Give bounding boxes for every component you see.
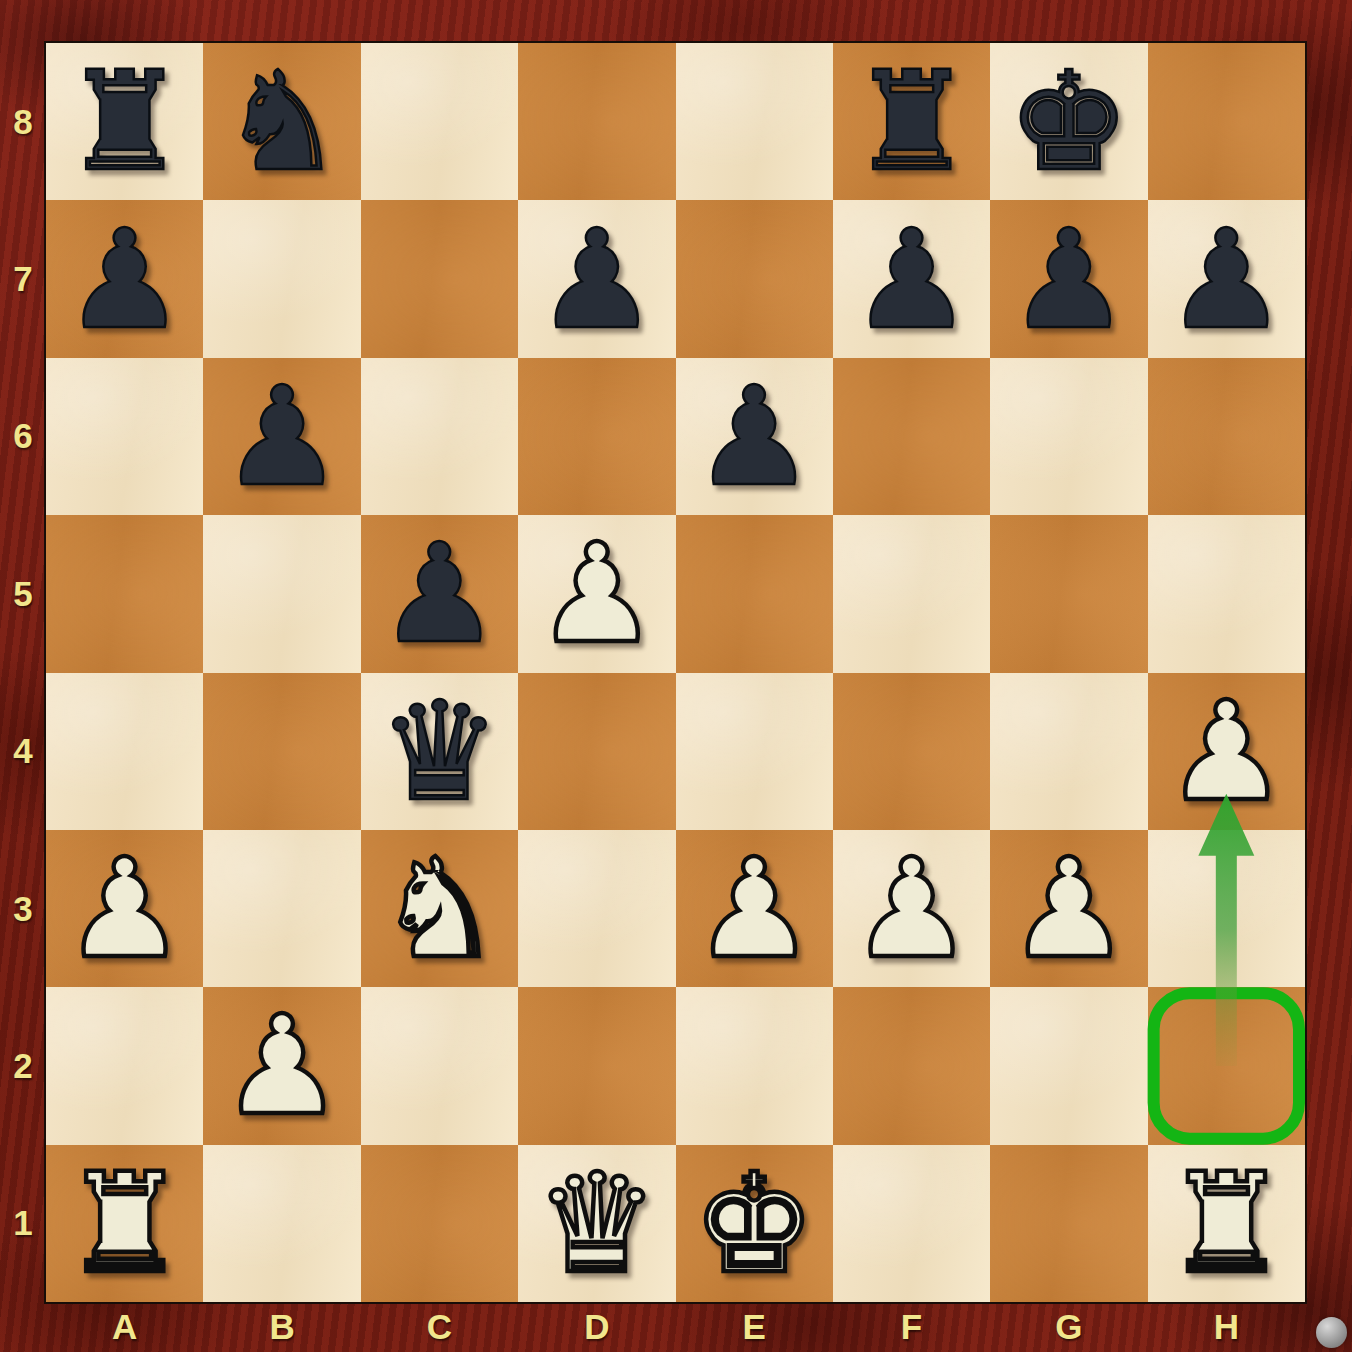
square-h5[interactable] bbox=[1148, 515, 1305, 672]
file-label: E bbox=[743, 1307, 766, 1347]
square-c5[interactable]: ♟ bbox=[361, 515, 518, 672]
file-label: G bbox=[1055, 1307, 1082, 1347]
square-f6[interactable] bbox=[833, 358, 990, 515]
black-queen[interactable]: ♛ bbox=[378, 683, 501, 820]
black-pawn[interactable]: ♟ bbox=[693, 368, 816, 505]
square-d2[interactable] bbox=[518, 987, 675, 1144]
white-rook[interactable]: ♜ bbox=[1165, 1155, 1288, 1292]
black-pawn[interactable]: ♟ bbox=[535, 211, 658, 348]
square-b3[interactable] bbox=[203, 830, 360, 987]
square-e1[interactable]: ♚ bbox=[676, 1145, 833, 1302]
rank-label: 4 bbox=[13, 731, 32, 771]
chessboard[interactable]: ♜♞♜♚♟♟♟♟♟♟♟♟♟♛♟♟♞♟♟♟♟♜♛♚♜ bbox=[46, 43, 1305, 1302]
square-f3[interactable]: ♟ bbox=[833, 830, 990, 987]
black-pawn[interactable]: ♟ bbox=[850, 211, 973, 348]
square-g3[interactable]: ♟ bbox=[990, 830, 1147, 987]
square-d6[interactable] bbox=[518, 358, 675, 515]
square-h6[interactable] bbox=[1148, 358, 1305, 515]
black-knight[interactable]: ♞ bbox=[221, 53, 344, 190]
square-d5[interactable]: ♟ bbox=[518, 515, 675, 672]
square-a6[interactable] bbox=[46, 358, 203, 515]
square-a1[interactable]: ♜ bbox=[46, 1145, 203, 1302]
white-pawn[interactable]: ♟ bbox=[535, 525, 658, 662]
square-h4[interactable]: ♟ bbox=[1148, 673, 1305, 830]
square-h1[interactable]: ♜ bbox=[1148, 1145, 1305, 1302]
square-d1[interactable]: ♛ bbox=[518, 1145, 675, 1302]
file-label: B bbox=[269, 1307, 294, 1347]
square-g6[interactable] bbox=[990, 358, 1147, 515]
square-f5[interactable] bbox=[833, 515, 990, 672]
square-h8[interactable] bbox=[1148, 43, 1305, 200]
square-g2[interactable] bbox=[990, 987, 1147, 1144]
black-pawn[interactable]: ♟ bbox=[1008, 211, 1131, 348]
white-knight[interactable]: ♞ bbox=[378, 840, 501, 977]
white-king[interactable]: ♚ bbox=[693, 1155, 816, 1292]
square-b7[interactable] bbox=[203, 200, 360, 357]
white-pawn[interactable]: ♟ bbox=[221, 997, 344, 1134]
square-c6[interactable] bbox=[361, 358, 518, 515]
square-c8[interactable] bbox=[361, 43, 518, 200]
square-h3[interactable] bbox=[1148, 830, 1305, 987]
square-a8[interactable]: ♜ bbox=[46, 43, 203, 200]
square-g8[interactable]: ♚ bbox=[990, 43, 1147, 200]
square-a4[interactable] bbox=[46, 673, 203, 830]
square-h7[interactable]: ♟ bbox=[1148, 200, 1305, 357]
square-b8[interactable]: ♞ bbox=[203, 43, 360, 200]
square-a2[interactable] bbox=[46, 987, 203, 1144]
square-f1[interactable] bbox=[833, 1145, 990, 1302]
rank-label: 8 bbox=[13, 102, 32, 142]
rank-label: 5 bbox=[13, 574, 32, 614]
file-label: D bbox=[584, 1307, 609, 1347]
square-f7[interactable]: ♟ bbox=[833, 200, 990, 357]
rank-label: 7 bbox=[13, 259, 32, 299]
black-pawn[interactable]: ♟ bbox=[63, 211, 186, 348]
file-label: C bbox=[427, 1307, 452, 1347]
rank-labels: 87654321 bbox=[0, 43, 46, 1302]
square-e7[interactable] bbox=[676, 200, 833, 357]
square-a3[interactable]: ♟ bbox=[46, 830, 203, 987]
square-c3[interactable]: ♞ bbox=[361, 830, 518, 987]
white-pawn[interactable]: ♟ bbox=[63, 840, 186, 977]
square-e3[interactable]: ♟ bbox=[676, 830, 833, 987]
rank-label: 1 bbox=[13, 1203, 32, 1243]
square-d7[interactable]: ♟ bbox=[518, 200, 675, 357]
square-e2[interactable] bbox=[676, 987, 833, 1144]
white-pawn[interactable]: ♟ bbox=[1008, 840, 1131, 977]
white-pawn[interactable]: ♟ bbox=[850, 840, 973, 977]
square-b6[interactable]: ♟ bbox=[203, 358, 360, 515]
file-label: A bbox=[112, 1307, 137, 1347]
black-rook[interactable]: ♜ bbox=[63, 53, 186, 190]
square-f2[interactable] bbox=[833, 987, 990, 1144]
square-c7[interactable] bbox=[361, 200, 518, 357]
file-label: H bbox=[1214, 1307, 1239, 1347]
black-pawn[interactable]: ♟ bbox=[1165, 211, 1288, 348]
square-g4[interactable] bbox=[990, 673, 1147, 830]
square-f8[interactable]: ♜ bbox=[833, 43, 990, 200]
square-h2[interactable] bbox=[1148, 987, 1305, 1144]
black-king[interactable]: ♚ bbox=[1008, 53, 1131, 190]
square-b1[interactable] bbox=[203, 1145, 360, 1302]
square-g7[interactable]: ♟ bbox=[990, 200, 1147, 357]
chess-app-window: 87654321 ♜♞♜♚♟♟♟♟♟♟♟♟♟♛♟♟♞♟♟♟♟♜♛♚♜ ABCDE… bbox=[0, 0, 1352, 1352]
square-a5[interactable] bbox=[46, 515, 203, 672]
square-e6[interactable]: ♟ bbox=[676, 358, 833, 515]
rank-label: 3 bbox=[13, 889, 32, 929]
square-e8[interactable] bbox=[676, 43, 833, 200]
white-pawn[interactable]: ♟ bbox=[1165, 683, 1288, 820]
square-d8[interactable] bbox=[518, 43, 675, 200]
file-label: F bbox=[901, 1307, 922, 1347]
square-e4[interactable] bbox=[676, 673, 833, 830]
white-pawn[interactable]: ♟ bbox=[693, 840, 816, 977]
square-f4[interactable] bbox=[833, 673, 990, 830]
white-queen[interactable]: ♛ bbox=[535, 1155, 658, 1292]
square-e5[interactable] bbox=[676, 515, 833, 672]
rank-label: 2 bbox=[13, 1046, 32, 1086]
square-c4[interactable]: ♛ bbox=[361, 673, 518, 830]
square-a7[interactable]: ♟ bbox=[46, 200, 203, 357]
black-pawn[interactable]: ♟ bbox=[378, 525, 501, 662]
square-d4[interactable] bbox=[518, 673, 675, 830]
square-g1[interactable] bbox=[990, 1145, 1147, 1302]
corner-knob-icon bbox=[1316, 1317, 1347, 1348]
square-c1[interactable] bbox=[361, 1145, 518, 1302]
square-b2[interactable]: ♟ bbox=[203, 987, 360, 1144]
square-b5[interactable] bbox=[203, 515, 360, 672]
white-rook[interactable]: ♜ bbox=[63, 1155, 186, 1292]
rank-label: 6 bbox=[13, 416, 32, 456]
square-b4[interactable] bbox=[203, 673, 360, 830]
square-d3[interactable] bbox=[518, 830, 675, 987]
square-g5[interactable] bbox=[990, 515, 1147, 672]
square-c2[interactable] bbox=[361, 987, 518, 1144]
black-pawn[interactable]: ♟ bbox=[221, 368, 344, 505]
file-labels: ABCDEFGH bbox=[46, 1301, 1305, 1352]
black-rook[interactable]: ♜ bbox=[850, 53, 973, 190]
